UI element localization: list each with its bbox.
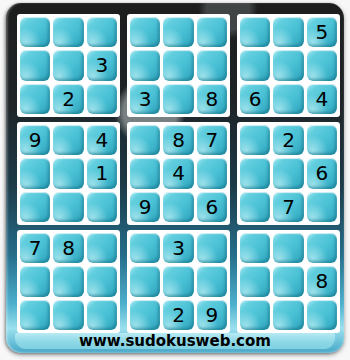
cell-r6c1[interactable]: [20, 192, 50, 222]
cell-r6c6[interactable]: 6: [197, 192, 227, 222]
cell-r7c5[interactable]: 3: [163, 233, 193, 263]
cell-r7c9[interactable]: [307, 233, 337, 263]
cell-r5c2[interactable]: [53, 158, 83, 188]
footer-bar: www.sudokusweb.com: [15, 333, 335, 349]
cell-r9c9[interactable]: [307, 300, 337, 330]
box-5: 87496: [127, 122, 230, 225]
cell-r2c5[interactable]: [163, 50, 193, 80]
cell-r4c7[interactable]: [240, 125, 270, 155]
cell-r9c7[interactable]: [240, 300, 270, 330]
cell-r6c8[interactable]: 7: [273, 192, 303, 222]
cell-r3c7[interactable]: 6: [240, 84, 270, 114]
cell-r1c3[interactable]: [87, 17, 117, 47]
cell-r5c4[interactable]: [130, 158, 160, 188]
cell-r4c3[interactable]: 4: [87, 125, 117, 155]
cell-r7c8[interactable]: [273, 233, 303, 263]
cell-r9c1[interactable]: [20, 300, 50, 330]
cell-r3c2[interactable]: 2: [53, 84, 83, 114]
cell-r3c8[interactable]: [273, 84, 303, 114]
cell-r6c7[interactable]: [240, 192, 270, 222]
cell-r1c1[interactable]: [20, 17, 50, 47]
cell-r2c7[interactable]: [240, 50, 270, 80]
cell-r4c2[interactable]: [53, 125, 83, 155]
cell-r5c3[interactable]: 1: [87, 158, 117, 188]
cell-r8c9[interactable]: 8: [307, 266, 337, 296]
cell-r4c4[interactable]: [130, 125, 160, 155]
cell-r3c1[interactable]: [20, 84, 50, 114]
cell-r2c4[interactable]: [130, 50, 160, 80]
cell-r4c9[interactable]: [307, 125, 337, 155]
cell-r2c6[interactable]: [197, 50, 227, 80]
cell-r9c2[interactable]: [53, 300, 83, 330]
cell-r3c3[interactable]: [87, 84, 117, 114]
cell-r8c3[interactable]: [87, 266, 117, 296]
cell-r4c1[interactable]: 9: [20, 125, 50, 155]
cell-r6c3[interactable]: [87, 192, 117, 222]
cell-r6c2[interactable]: [53, 192, 83, 222]
cell-r6c5[interactable]: [163, 192, 193, 222]
cell-r8c6[interactable]: [197, 266, 227, 296]
cell-r7c7[interactable]: [240, 233, 270, 263]
cell-r1c2[interactable]: [53, 17, 83, 47]
cell-r8c7[interactable]: [240, 266, 270, 296]
cell-r6c4[interactable]: 9: [130, 192, 160, 222]
box-3: 564: [237, 14, 340, 117]
cell-r2c3[interactable]: 3: [87, 50, 117, 80]
cell-r8c1[interactable]: [20, 266, 50, 296]
cell-r4c8[interactable]: 2: [273, 125, 303, 155]
cell-r1c5[interactable]: [163, 17, 193, 47]
cell-r2c9[interactable]: [307, 50, 337, 80]
cell-r1c6[interactable]: [197, 17, 227, 47]
cell-r4c6[interactable]: 7: [197, 125, 227, 155]
cell-r5c1[interactable]: [20, 158, 50, 188]
cell-r1c9[interactable]: 5: [307, 17, 337, 47]
cell-r5c7[interactable]: [240, 158, 270, 188]
cell-r7c4[interactable]: [130, 233, 160, 263]
cell-r8c8[interactable]: [273, 266, 303, 296]
cell-r8c5[interactable]: [163, 266, 193, 296]
page-background: 323856494187496267783298 www.sudokusweb.…: [0, 0, 350, 360]
sudoku-board: 323856494187496267783298 www.sudokusweb.…: [6, 3, 344, 353]
sudoku-grid: 323856494187496267783298: [17, 14, 340, 333]
cell-r5c5[interactable]: 4: [163, 158, 193, 188]
cell-r9c4[interactable]: [130, 300, 160, 330]
cell-r1c7[interactable]: [240, 17, 270, 47]
cell-r3c5[interactable]: [163, 84, 193, 114]
cell-r5c9[interactable]: 6: [307, 158, 337, 188]
cell-r6c9[interactable]: [307, 192, 337, 222]
box-9: 8: [237, 230, 340, 333]
cell-r9c5[interactable]: 2: [163, 300, 193, 330]
cell-r1c8[interactable]: [273, 17, 303, 47]
box-1: 32: [17, 14, 120, 117]
cell-r3c9[interactable]: 4: [307, 84, 337, 114]
cell-r3c4[interactable]: 3: [130, 84, 160, 114]
cell-r8c4[interactable]: [130, 266, 160, 296]
box-8: 329: [127, 230, 230, 333]
cell-r2c2[interactable]: [53, 50, 83, 80]
cell-r8c2[interactable]: [53, 266, 83, 296]
box-2: 38: [127, 14, 230, 117]
cell-r5c6[interactable]: [197, 158, 227, 188]
cell-r7c6[interactable]: [197, 233, 227, 263]
cell-r4c5[interactable]: 8: [163, 125, 193, 155]
cell-r3c6[interactable]: 8: [197, 84, 227, 114]
cell-r2c8[interactable]: [273, 50, 303, 80]
box-4: 941: [17, 122, 120, 225]
cell-r2c1[interactable]: [20, 50, 50, 80]
cell-r9c8[interactable]: [273, 300, 303, 330]
cell-r7c2[interactable]: 8: [53, 233, 83, 263]
cell-r5c8[interactable]: [273, 158, 303, 188]
box-6: 267: [237, 122, 340, 225]
cell-r7c1[interactable]: 7: [20, 233, 50, 263]
cell-r9c6[interactable]: 9: [197, 300, 227, 330]
cell-r7c3[interactable]: [87, 233, 117, 263]
box-7: 78: [17, 230, 120, 333]
site-link[interactable]: www.sudokusweb.com: [79, 332, 271, 350]
cell-r9c3[interactable]: [87, 300, 117, 330]
cell-r1c4[interactable]: [130, 17, 160, 47]
